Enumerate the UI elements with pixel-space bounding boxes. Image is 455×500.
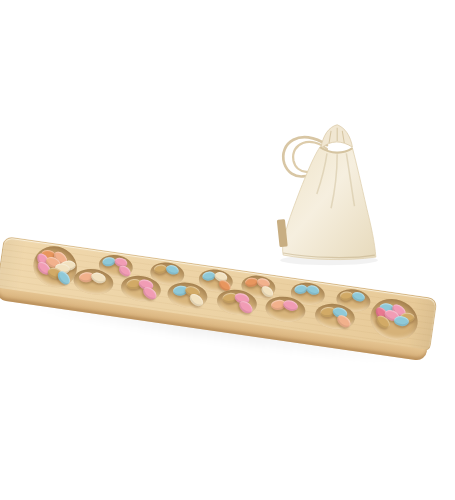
disc-cream bbox=[90, 270, 107, 284]
disc-blue bbox=[305, 284, 320, 297]
product-photo bbox=[0, 0, 455, 500]
disc-blue bbox=[55, 269, 72, 287]
disc-blue bbox=[165, 264, 180, 277]
disc-blue bbox=[393, 315, 409, 327]
disc-cream bbox=[259, 284, 275, 299]
bag-neck-ruffle bbox=[321, 125, 353, 148]
store-right[interactable] bbox=[365, 292, 424, 346]
bag-body bbox=[283, 147, 376, 259]
disc-blue bbox=[351, 290, 366, 303]
bag-tag bbox=[277, 219, 288, 247]
storage-bag bbox=[270, 122, 384, 268]
disc-pink bbox=[282, 298, 299, 312]
